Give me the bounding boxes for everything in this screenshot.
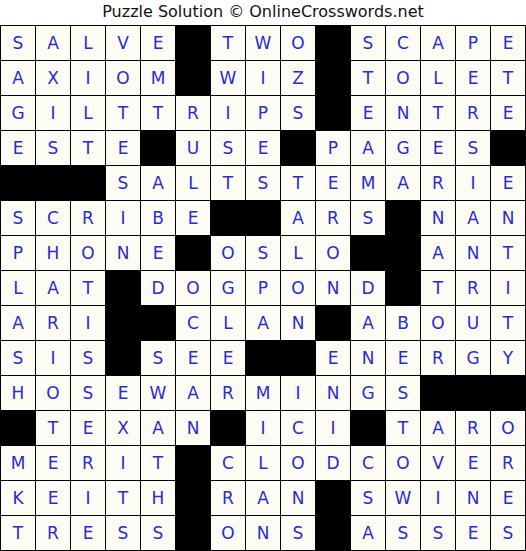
letter-cell: C <box>211 446 246 481</box>
block-cell <box>106 271 141 306</box>
block-cell <box>316 516 351 551</box>
letter-cell: I <box>491 271 526 306</box>
letter-cell: O <box>71 236 106 271</box>
letter-cell: T <box>71 131 106 166</box>
letter-cell: E <box>246 131 281 166</box>
letter-cell: B <box>386 306 421 341</box>
block-cell <box>211 201 246 236</box>
letter-cell: E <box>71 411 106 446</box>
letter-cell: P <box>1 236 36 271</box>
letter-cell: O <box>386 61 421 96</box>
block-cell <box>141 306 176 341</box>
block-cell <box>246 201 281 236</box>
letter-cell: U <box>456 306 491 341</box>
letter-cell: S <box>71 341 106 376</box>
letter-cell: C <box>281 411 316 446</box>
letter-cell: O <box>176 271 211 306</box>
letter-cell: B <box>141 201 176 236</box>
letter-cell: E <box>106 131 141 166</box>
letter-cell: S <box>491 516 526 551</box>
letter-cell: O <box>281 271 316 306</box>
letter-cell: A <box>141 411 176 446</box>
letter-cell: S <box>1 26 36 61</box>
letter-cell: P <box>316 131 351 166</box>
letter-cell: N <box>491 201 526 236</box>
letter-cell: A <box>281 201 316 236</box>
letter-cell: T <box>106 96 141 131</box>
letter-cell: I <box>316 411 351 446</box>
letter-cell: A <box>246 481 281 516</box>
letter-cell: R <box>456 411 491 446</box>
letter-cell: L <box>1 271 36 306</box>
letter-cell: N <box>246 516 281 551</box>
letter-cell: T <box>141 96 176 131</box>
block-cell <box>1 166 36 201</box>
block-cell <box>281 131 316 166</box>
letter-cell: R <box>316 201 351 236</box>
letter-cell: T <box>71 271 106 306</box>
block-cell <box>316 481 351 516</box>
letter-cell: A <box>36 26 71 61</box>
letter-cell: E <box>456 61 491 96</box>
block-cell <box>176 26 211 61</box>
block-cell <box>176 61 211 96</box>
letter-cell: P <box>246 271 281 306</box>
letter-cell: M <box>1 446 36 481</box>
letter-cell: E <box>386 341 421 376</box>
letter-cell: L <box>246 446 281 481</box>
letter-cell: U <box>176 131 211 166</box>
letter-cell: L <box>176 166 211 201</box>
letter-cell: E <box>491 96 526 131</box>
letter-cell: A <box>421 411 456 446</box>
letter-cell: T <box>281 166 316 201</box>
letter-cell: W <box>211 61 246 96</box>
letter-cell: T <box>36 411 71 446</box>
letter-cell: I <box>36 341 71 376</box>
letter-cell: R <box>71 446 106 481</box>
letter-cell: N <box>421 201 456 236</box>
letter-cell: O <box>36 376 71 411</box>
letter-cell: N <box>386 96 421 131</box>
letter-cell: S <box>386 516 421 551</box>
letter-cell: S <box>141 341 176 376</box>
letter-cell: G <box>386 131 421 166</box>
letter-cell: R <box>36 306 71 341</box>
letter-cell: L <box>421 61 456 96</box>
letter-cell: S <box>386 376 421 411</box>
letter-cell: E <box>421 131 456 166</box>
block-cell <box>176 516 211 551</box>
letter-cell: I <box>71 61 106 96</box>
letter-cell: N <box>456 481 491 516</box>
letter-cell: M <box>141 61 176 96</box>
letter-cell: S <box>281 96 316 131</box>
letter-cell: O <box>386 446 421 481</box>
letter-cell: P <box>456 26 491 61</box>
letter-cell: L <box>71 96 106 131</box>
block-cell <box>316 96 351 131</box>
letter-cell: H <box>36 236 71 271</box>
letter-cell: R <box>456 96 491 131</box>
letter-cell: G <box>211 271 246 306</box>
block-cell <box>106 306 141 341</box>
letter-cell: W <box>141 376 176 411</box>
letter-cell: A <box>1 306 36 341</box>
letter-cell: W <box>386 481 421 516</box>
letter-cell: M <box>351 166 386 201</box>
letter-cell: X <box>106 411 141 446</box>
letter-cell: S <box>456 131 491 166</box>
letter-cell: W <box>246 26 281 61</box>
letter-cell: A <box>386 166 421 201</box>
letter-cell: R <box>456 271 491 306</box>
letter-cell: S <box>351 26 386 61</box>
letter-cell: K <box>1 481 36 516</box>
letter-cell: O <box>491 411 526 446</box>
letter-cell: I <box>246 411 281 446</box>
letter-cell: A <box>421 236 456 271</box>
letter-cell: I <box>211 96 246 131</box>
block-cell <box>386 236 421 271</box>
letter-cell: O <box>281 446 316 481</box>
letter-cell: E <box>71 516 106 551</box>
letter-cell: E <box>1 131 36 166</box>
letter-cell: O <box>106 61 141 96</box>
letter-cell: I <box>106 201 141 236</box>
block-cell <box>386 201 421 236</box>
letter-cell: E <box>176 341 211 376</box>
letter-cell: L <box>211 306 246 341</box>
letter-cell: N <box>176 411 211 446</box>
letter-cell: N <box>281 481 316 516</box>
letter-cell: I <box>246 61 281 96</box>
letter-cell: N <box>316 376 351 411</box>
letter-cell: P <box>246 96 281 131</box>
letter-cell: R <box>491 446 526 481</box>
letter-cell: D <box>316 446 351 481</box>
letter-cell: S <box>351 201 386 236</box>
block-cell <box>211 411 246 446</box>
letter-cell: X <box>36 61 71 96</box>
letter-cell: I <box>281 376 316 411</box>
letter-cell: H <box>1 376 36 411</box>
letter-cell: A <box>36 271 71 306</box>
letter-cell: A <box>351 516 386 551</box>
letter-cell: I <box>71 306 106 341</box>
block-cell <box>316 61 351 96</box>
letter-cell: R <box>211 376 246 411</box>
block-cell <box>386 271 421 306</box>
letter-cell: E <box>176 201 211 236</box>
letter-cell: N <box>351 341 386 376</box>
letter-cell: S <box>106 166 141 201</box>
block-cell <box>351 411 386 446</box>
letter-cell: I <box>106 446 141 481</box>
letter-cell: R <box>36 516 71 551</box>
letter-cell: V <box>106 26 141 61</box>
letter-cell: Z <box>281 61 316 96</box>
block-cell <box>316 26 351 61</box>
letter-cell: S <box>1 201 36 236</box>
letter-cell: I <box>71 481 106 516</box>
letter-cell: V <box>421 446 456 481</box>
letter-cell: A <box>351 131 386 166</box>
letter-cell: G <box>351 376 386 411</box>
letter-cell: G <box>1 96 36 131</box>
letter-cell: N <box>106 236 141 271</box>
block-cell <box>246 341 281 376</box>
crossword-grid: SALVETWOSCAPEAXIOMWIZTOLETGILTTRIPSENTRE… <box>0 25 526 551</box>
letter-cell: T <box>106 481 141 516</box>
letter-cell: O <box>421 306 456 341</box>
letter-cell: D <box>351 271 386 306</box>
letter-cell: C <box>176 306 211 341</box>
letter-cell: M <box>246 376 281 411</box>
letter-cell: E <box>141 26 176 61</box>
letter-cell: T <box>141 446 176 481</box>
letter-cell: S <box>36 131 71 166</box>
letter-cell: E <box>491 166 526 201</box>
letter-cell: E <box>456 446 491 481</box>
letter-cell: A <box>456 201 491 236</box>
letter-cell: T <box>491 236 526 271</box>
block-cell <box>176 446 211 481</box>
block-cell <box>176 481 211 516</box>
letter-cell: R <box>421 341 456 376</box>
letter-cell: A <box>351 306 386 341</box>
letter-cell: T <box>386 411 421 446</box>
letter-cell: T <box>1 516 36 551</box>
letter-cell: A <box>1 61 36 96</box>
letter-cell: E <box>316 341 351 376</box>
letter-cell: R <box>421 166 456 201</box>
letter-cell: E <box>106 376 141 411</box>
letter-cell: S <box>421 516 456 551</box>
block-cell <box>1 411 36 446</box>
letter-cell: E <box>36 481 71 516</box>
letter-cell: S <box>211 131 246 166</box>
page-title: Puzzle Solution © OnlineCrosswords.net <box>0 0 526 25</box>
letter-cell: T <box>491 61 526 96</box>
block-cell <box>176 236 211 271</box>
letter-cell: O <box>281 26 316 61</box>
letter-cell: A <box>421 26 456 61</box>
letter-cell: R <box>211 481 246 516</box>
letter-cell: D <box>141 271 176 306</box>
block-cell <box>491 376 526 411</box>
letter-cell: N <box>456 236 491 271</box>
block-cell <box>351 236 386 271</box>
block-cell <box>491 131 526 166</box>
block-cell <box>421 376 456 411</box>
block-cell <box>71 166 106 201</box>
letter-cell: T <box>211 26 246 61</box>
block-cell <box>316 306 351 341</box>
letter-cell: E <box>491 481 526 516</box>
puzzle-solution-page: Puzzle Solution © OnlineCrosswords.net S… <box>0 0 526 551</box>
letter-cell: O <box>211 236 246 271</box>
block-cell <box>141 131 176 166</box>
letter-cell: R <box>176 96 211 131</box>
letter-cell: T <box>351 61 386 96</box>
letter-cell: O <box>211 516 246 551</box>
block-cell <box>106 341 141 376</box>
letter-cell: S <box>246 166 281 201</box>
letter-cell: I <box>421 481 456 516</box>
letter-cell: C <box>36 201 71 236</box>
letter-cell: T <box>421 271 456 306</box>
letter-cell: N <box>281 306 316 341</box>
letter-cell: S <box>1 341 36 376</box>
letter-cell: L <box>71 26 106 61</box>
letter-cell: R <box>71 201 106 236</box>
letter-cell: T <box>421 96 456 131</box>
letter-cell: A <box>141 166 176 201</box>
letter-cell: S <box>106 516 141 551</box>
letter-cell: C <box>386 26 421 61</box>
letter-cell: S <box>281 516 316 551</box>
letter-cell: N <box>316 271 351 306</box>
letter-cell: E <box>211 341 246 376</box>
letter-cell: I <box>456 166 491 201</box>
letter-cell: E <box>141 236 176 271</box>
letter-cell: G <box>456 341 491 376</box>
letter-cell: E <box>491 26 526 61</box>
letter-cell: T <box>211 166 246 201</box>
block-cell <box>281 341 316 376</box>
letter-cell: E <box>456 516 491 551</box>
letter-cell: Y <box>491 341 526 376</box>
letter-cell: E <box>316 166 351 201</box>
letter-cell: S <box>246 236 281 271</box>
letter-cell: L <box>281 236 316 271</box>
letter-cell: C <box>351 446 386 481</box>
letter-cell: E <box>351 96 386 131</box>
letter-cell: O <box>316 236 351 271</box>
letter-cell: S <box>351 481 386 516</box>
letter-cell: S <box>141 516 176 551</box>
letter-cell: I <box>36 96 71 131</box>
letter-cell: S <box>71 376 106 411</box>
block-cell <box>456 376 491 411</box>
letter-cell: T <box>491 306 526 341</box>
block-cell <box>36 166 71 201</box>
letter-cell: E <box>36 446 71 481</box>
letter-cell: A <box>176 376 211 411</box>
letter-cell: H <box>141 481 176 516</box>
letter-cell: A <box>246 306 281 341</box>
